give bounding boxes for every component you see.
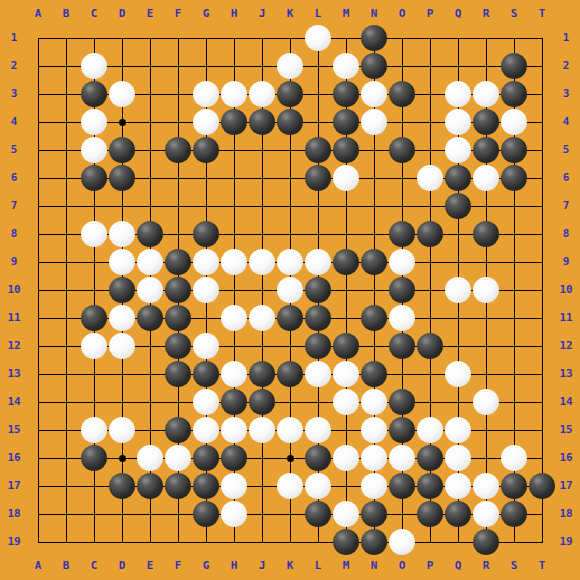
black-stone[interactable] bbox=[165, 137, 191, 163]
black-stone[interactable] bbox=[473, 137, 499, 163]
black-stone[interactable] bbox=[473, 529, 499, 555]
column-label-bottom: C bbox=[82, 559, 106, 573]
black-stone[interactable] bbox=[137, 473, 163, 499]
black-stone[interactable] bbox=[305, 277, 331, 303]
column-label-top: N bbox=[362, 7, 386, 21]
row-label-right: 1 bbox=[554, 31, 578, 45]
row-label-right: 4 bbox=[554, 115, 578, 129]
column-label-bottom: E bbox=[138, 559, 162, 573]
black-stone[interactable] bbox=[501, 81, 527, 107]
go-board[interactable]: AABBCCDDEEFFGGHHJJKKLLMMNNOOPPQQRRSSTT11… bbox=[0, 0, 580, 580]
column-label-top: M bbox=[334, 7, 358, 21]
black-stone[interactable] bbox=[193, 473, 219, 499]
white-stone[interactable] bbox=[81, 53, 107, 79]
black-stone[interactable] bbox=[81, 305, 107, 331]
black-stone[interactable] bbox=[165, 249, 191, 275]
white-stone[interactable] bbox=[305, 417, 331, 443]
black-stone[interactable] bbox=[501, 137, 527, 163]
black-stone[interactable] bbox=[165, 277, 191, 303]
white-stone[interactable] bbox=[473, 389, 499, 415]
row-label-right: 9 bbox=[554, 255, 578, 269]
row-label-right: 14 bbox=[554, 395, 578, 409]
row-label-right: 7 bbox=[554, 199, 578, 213]
black-stone[interactable] bbox=[361, 361, 387, 387]
white-stone[interactable] bbox=[137, 445, 163, 471]
column-label-top: H bbox=[222, 7, 246, 21]
white-stone[interactable] bbox=[165, 445, 191, 471]
white-stone[interactable] bbox=[305, 361, 331, 387]
white-stone[interactable] bbox=[221, 249, 247, 275]
column-label-top: S bbox=[502, 7, 526, 21]
black-stone[interactable] bbox=[445, 165, 471, 191]
black-stone[interactable] bbox=[473, 109, 499, 135]
white-stone[interactable] bbox=[221, 417, 247, 443]
row-label-right: 13 bbox=[554, 367, 578, 381]
white-stone[interactable] bbox=[333, 165, 359, 191]
row-label-left: 2 bbox=[2, 59, 26, 73]
row-label-left: 14 bbox=[2, 395, 26, 409]
white-stone[interactable] bbox=[193, 81, 219, 107]
black-stone[interactable] bbox=[361, 501, 387, 527]
white-stone[interactable] bbox=[249, 81, 275, 107]
column-label-bottom: A bbox=[26, 559, 50, 573]
row-label-right: 16 bbox=[554, 451, 578, 465]
white-stone[interactable] bbox=[221, 81, 247, 107]
white-stone[interactable] bbox=[305, 473, 331, 499]
black-stone[interactable] bbox=[165, 305, 191, 331]
column-label-bottom: N bbox=[362, 559, 386, 573]
black-stone[interactable] bbox=[305, 501, 331, 527]
white-stone[interactable] bbox=[389, 305, 415, 331]
black-stone[interactable] bbox=[361, 529, 387, 555]
column-label-bottom: K bbox=[278, 559, 302, 573]
row-label-left: 4 bbox=[2, 115, 26, 129]
black-stone[interactable] bbox=[193, 445, 219, 471]
row-label-left: 3 bbox=[2, 87, 26, 101]
row-label-left: 17 bbox=[2, 479, 26, 493]
row-label-left: 9 bbox=[2, 255, 26, 269]
white-stone[interactable] bbox=[389, 249, 415, 275]
black-stone[interactable] bbox=[165, 473, 191, 499]
white-stone[interactable] bbox=[193, 417, 219, 443]
column-label-top: T bbox=[530, 7, 554, 21]
row-label-left: 18 bbox=[2, 507, 26, 521]
column-label-top: C bbox=[82, 7, 106, 21]
white-stone[interactable] bbox=[445, 81, 471, 107]
black-stone[interactable] bbox=[109, 473, 135, 499]
row-label-right: 2 bbox=[554, 59, 578, 73]
black-stone[interactable] bbox=[277, 81, 303, 107]
white-stone[interactable] bbox=[361, 389, 387, 415]
black-stone[interactable] bbox=[473, 221, 499, 247]
column-label-top: Q bbox=[446, 7, 470, 21]
black-stone[interactable] bbox=[417, 501, 443, 527]
star-point bbox=[119, 455, 126, 462]
black-stone[interactable] bbox=[109, 277, 135, 303]
black-stone[interactable] bbox=[389, 417, 415, 443]
white-stone[interactable] bbox=[473, 277, 499, 303]
column-label-top: E bbox=[138, 7, 162, 21]
black-stone[interactable] bbox=[193, 137, 219, 163]
black-stone[interactable] bbox=[305, 165, 331, 191]
column-label-bottom: Q bbox=[446, 559, 470, 573]
white-stone[interactable] bbox=[333, 501, 359, 527]
black-stone[interactable] bbox=[417, 221, 443, 247]
white-stone[interactable] bbox=[473, 165, 499, 191]
row-label-right: 19 bbox=[554, 535, 578, 549]
white-stone[interactable] bbox=[333, 445, 359, 471]
white-stone[interactable] bbox=[361, 81, 387, 107]
white-stone[interactable] bbox=[109, 305, 135, 331]
white-stone[interactable] bbox=[249, 417, 275, 443]
white-stone[interactable] bbox=[193, 109, 219, 135]
black-stone[interactable] bbox=[193, 221, 219, 247]
star-point bbox=[287, 455, 294, 462]
column-label-bottom: D bbox=[110, 559, 134, 573]
row-label-right: 18 bbox=[554, 507, 578, 521]
row-label-left: 6 bbox=[2, 171, 26, 185]
column-label-top: J bbox=[250, 7, 274, 21]
column-label-top: D bbox=[110, 7, 134, 21]
white-stone[interactable] bbox=[81, 333, 107, 359]
column-label-top: G bbox=[194, 7, 218, 21]
row-label-left: 7 bbox=[2, 199, 26, 213]
black-stone[interactable] bbox=[249, 109, 275, 135]
column-label-top: P bbox=[418, 7, 442, 21]
black-stone[interactable] bbox=[249, 389, 275, 415]
white-stone[interactable] bbox=[109, 81, 135, 107]
row-label-right: 8 bbox=[554, 227, 578, 241]
black-stone[interactable] bbox=[501, 473, 527, 499]
black-stone[interactable] bbox=[81, 81, 107, 107]
black-stone[interactable] bbox=[81, 165, 107, 191]
black-stone[interactable] bbox=[277, 361, 303, 387]
black-stone[interactable] bbox=[305, 137, 331, 163]
white-stone[interactable] bbox=[333, 389, 359, 415]
black-stone[interactable] bbox=[165, 361, 191, 387]
black-stone[interactable] bbox=[137, 305, 163, 331]
column-label-top: B bbox=[54, 7, 78, 21]
white-stone[interactable] bbox=[277, 417, 303, 443]
column-label-bottom: J bbox=[250, 559, 274, 573]
black-stone[interactable] bbox=[389, 81, 415, 107]
white-stone[interactable] bbox=[389, 445, 415, 471]
column-label-bottom: B bbox=[54, 559, 78, 573]
white-stone[interactable] bbox=[445, 361, 471, 387]
white-stone[interactable] bbox=[277, 473, 303, 499]
white-stone[interactable] bbox=[473, 501, 499, 527]
black-stone[interactable] bbox=[445, 501, 471, 527]
black-stone[interactable] bbox=[529, 473, 555, 499]
white-stone[interactable] bbox=[361, 417, 387, 443]
white-stone[interactable] bbox=[473, 81, 499, 107]
white-stone[interactable] bbox=[221, 361, 247, 387]
row-label-left: 10 bbox=[2, 283, 26, 297]
white-stone[interactable] bbox=[445, 137, 471, 163]
row-label-left: 5 bbox=[2, 143, 26, 157]
row-label-left: 13 bbox=[2, 367, 26, 381]
black-stone[interactable] bbox=[249, 361, 275, 387]
column-label-bottom: R bbox=[474, 559, 498, 573]
black-stone[interactable] bbox=[389, 221, 415, 247]
column-label-bottom: G bbox=[194, 559, 218, 573]
star-point bbox=[119, 119, 126, 126]
column-label-top: A bbox=[26, 7, 50, 21]
white-stone[interactable] bbox=[305, 25, 331, 51]
column-label-top: F bbox=[166, 7, 190, 21]
black-stone[interactable] bbox=[109, 165, 135, 191]
white-stone[interactable] bbox=[193, 249, 219, 275]
column-label-top: R bbox=[474, 7, 498, 21]
row-label-right: 12 bbox=[554, 339, 578, 353]
white-stone[interactable] bbox=[109, 333, 135, 359]
column-label-bottom: P bbox=[418, 559, 442, 573]
black-stone[interactable] bbox=[417, 473, 443, 499]
white-stone[interactable] bbox=[361, 473, 387, 499]
black-stone[interactable] bbox=[361, 249, 387, 275]
white-stone[interactable] bbox=[277, 249, 303, 275]
white-stone[interactable] bbox=[445, 277, 471, 303]
black-stone[interactable] bbox=[361, 53, 387, 79]
row-label-left: 16 bbox=[2, 451, 26, 465]
white-stone[interactable] bbox=[389, 529, 415, 555]
row-label-left: 19 bbox=[2, 535, 26, 549]
white-stone[interactable] bbox=[137, 249, 163, 275]
grid-line-horizontal bbox=[38, 542, 543, 543]
column-label-top: K bbox=[278, 7, 302, 21]
white-stone[interactable] bbox=[221, 305, 247, 331]
white-stone[interactable] bbox=[277, 277, 303, 303]
row-label-left: 1 bbox=[2, 31, 26, 45]
white-stone[interactable] bbox=[417, 417, 443, 443]
black-stone[interactable] bbox=[193, 501, 219, 527]
row-label-left: 11 bbox=[2, 311, 26, 325]
black-stone[interactable] bbox=[221, 389, 247, 415]
grid-line-horizontal bbox=[38, 402, 543, 403]
column-label-bottom: F bbox=[166, 559, 190, 573]
black-stone[interactable] bbox=[305, 305, 331, 331]
row-label-right: 10 bbox=[554, 283, 578, 297]
black-stone[interactable] bbox=[445, 193, 471, 219]
white-stone[interactable] bbox=[81, 221, 107, 247]
black-stone[interactable] bbox=[333, 137, 359, 163]
white-stone[interactable] bbox=[361, 445, 387, 471]
black-stone[interactable] bbox=[417, 333, 443, 359]
white-stone[interactable] bbox=[473, 473, 499, 499]
black-stone[interactable] bbox=[277, 109, 303, 135]
black-stone[interactable] bbox=[165, 417, 191, 443]
black-stone[interactable] bbox=[389, 277, 415, 303]
white-stone[interactable] bbox=[445, 445, 471, 471]
black-stone[interactable] bbox=[389, 389, 415, 415]
black-stone[interactable] bbox=[305, 333, 331, 359]
black-stone[interactable] bbox=[501, 165, 527, 191]
white-stone[interactable] bbox=[249, 249, 275, 275]
white-stone[interactable] bbox=[445, 109, 471, 135]
black-stone[interactable] bbox=[361, 305, 387, 331]
white-stone[interactable] bbox=[305, 249, 331, 275]
white-stone[interactable] bbox=[249, 305, 275, 331]
black-stone[interactable] bbox=[389, 137, 415, 163]
white-stone[interactable] bbox=[193, 333, 219, 359]
black-stone[interactable] bbox=[389, 333, 415, 359]
row-label-right: 5 bbox=[554, 143, 578, 157]
white-stone[interactable] bbox=[221, 473, 247, 499]
white-stone[interactable] bbox=[81, 417, 107, 443]
black-stone[interactable] bbox=[109, 137, 135, 163]
black-stone[interactable] bbox=[333, 109, 359, 135]
white-stone[interactable] bbox=[109, 249, 135, 275]
row-label-right: 11 bbox=[554, 311, 578, 325]
white-stone[interactable] bbox=[361, 109, 387, 135]
white-stone[interactable] bbox=[221, 501, 247, 527]
black-stone[interactable] bbox=[501, 53, 527, 79]
black-stone[interactable] bbox=[333, 81, 359, 107]
grid-line-vertical bbox=[542, 38, 543, 543]
black-stone[interactable] bbox=[81, 445, 107, 471]
row-label-left: 8 bbox=[2, 227, 26, 241]
black-stone[interactable] bbox=[165, 333, 191, 359]
white-stone[interactable] bbox=[333, 53, 359, 79]
black-stone[interactable] bbox=[333, 249, 359, 275]
white-stone[interactable] bbox=[193, 277, 219, 303]
white-stone[interactable] bbox=[277, 53, 303, 79]
black-stone[interactable] bbox=[333, 333, 359, 359]
black-stone[interactable] bbox=[389, 473, 415, 499]
white-stone[interactable] bbox=[501, 445, 527, 471]
black-stone[interactable] bbox=[361, 25, 387, 51]
row-label-right: 15 bbox=[554, 423, 578, 437]
row-label-right: 3 bbox=[554, 87, 578, 101]
row-label-right: 17 bbox=[554, 479, 578, 493]
white-stone[interactable] bbox=[445, 417, 471, 443]
column-label-bottom: H bbox=[222, 559, 246, 573]
black-stone[interactable] bbox=[501, 501, 527, 527]
black-stone[interactable] bbox=[333, 529, 359, 555]
black-stone[interactable] bbox=[417, 445, 443, 471]
row-label-right: 6 bbox=[554, 171, 578, 185]
black-stone[interactable] bbox=[305, 445, 331, 471]
column-label-bottom: S bbox=[502, 559, 526, 573]
row-label-left: 12 bbox=[2, 339, 26, 353]
column-label-bottom: L bbox=[306, 559, 330, 573]
column-label-bottom: M bbox=[334, 559, 358, 573]
black-stone[interactable] bbox=[221, 109, 247, 135]
black-stone[interactable] bbox=[277, 305, 303, 331]
white-stone[interactable] bbox=[81, 109, 107, 135]
black-stone[interactable] bbox=[193, 361, 219, 387]
column-label-top: O bbox=[390, 7, 414, 21]
white-stone[interactable] bbox=[417, 165, 443, 191]
row-label-left: 15 bbox=[2, 423, 26, 437]
white-stone[interactable] bbox=[109, 417, 135, 443]
white-stone[interactable] bbox=[501, 109, 527, 135]
white-stone[interactable] bbox=[137, 277, 163, 303]
white-stone[interactable] bbox=[109, 221, 135, 247]
column-label-top: L bbox=[306, 7, 330, 21]
white-stone[interactable] bbox=[445, 473, 471, 499]
column-label-bottom: T bbox=[530, 559, 554, 573]
black-stone[interactable] bbox=[221, 445, 247, 471]
black-stone[interactable] bbox=[137, 221, 163, 247]
column-label-bottom: O bbox=[390, 559, 414, 573]
white-stone[interactable] bbox=[333, 361, 359, 387]
white-stone[interactable] bbox=[193, 389, 219, 415]
white-stone[interactable] bbox=[81, 137, 107, 163]
